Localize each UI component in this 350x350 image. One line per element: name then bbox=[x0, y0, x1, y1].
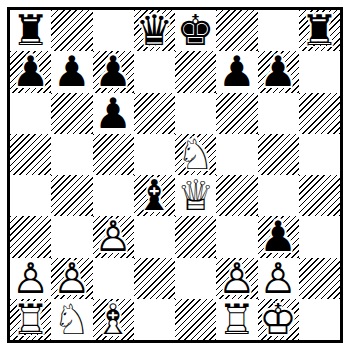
square-e4[interactable]: ♛♕ bbox=[175, 175, 216, 216]
square-d1[interactable] bbox=[134, 299, 175, 340]
square-g1[interactable]: ♚♔ bbox=[258, 299, 299, 340]
black-pawn: ♟ bbox=[216, 51, 257, 92]
square-a8[interactable]: ♜ bbox=[10, 10, 51, 51]
square-c6[interactable]: ♟ bbox=[93, 93, 134, 134]
square-h3[interactable] bbox=[299, 216, 340, 257]
white-pawn: ♟♙ bbox=[51, 258, 92, 299]
black-pawn: ♟ bbox=[51, 51, 92, 92]
square-d2[interactable] bbox=[134, 258, 175, 299]
square-b2[interactable]: ♟♙ bbox=[51, 258, 92, 299]
black-pawn: ♟ bbox=[93, 51, 134, 92]
black-queen: ♛ bbox=[134, 10, 175, 51]
square-g6[interactable] bbox=[258, 93, 299, 134]
square-f4[interactable] bbox=[216, 175, 257, 216]
square-e8[interactable]: ♚ bbox=[175, 10, 216, 51]
black-pawn: ♟ bbox=[10, 51, 51, 92]
square-d4[interactable]: ♝ bbox=[134, 175, 175, 216]
square-d5[interactable] bbox=[134, 134, 175, 175]
white-rook: ♜♖ bbox=[216, 299, 257, 340]
square-e6[interactable] bbox=[175, 93, 216, 134]
square-b6[interactable] bbox=[51, 93, 92, 134]
square-g4[interactable] bbox=[258, 175, 299, 216]
square-d3[interactable] bbox=[134, 216, 175, 257]
square-f1[interactable]: ♜♖ bbox=[216, 299, 257, 340]
square-g8[interactable] bbox=[258, 10, 299, 51]
white-knight: ♞♘ bbox=[175, 134, 216, 175]
square-a6[interactable] bbox=[10, 93, 51, 134]
square-a5[interactable] bbox=[10, 134, 51, 175]
black-rook: ♜ bbox=[10, 10, 51, 51]
square-a3[interactable] bbox=[10, 216, 51, 257]
square-g5[interactable] bbox=[258, 134, 299, 175]
square-g3[interactable]: ♟ bbox=[258, 216, 299, 257]
square-h7[interactable] bbox=[299, 51, 340, 92]
board-frame: ♜♛♚♜♟♟♟♟♟♟♞♘♝♛♕♟♙♟♟♙♟♙♟♙♟♙♜♖♞♘♝♗♜♖♚♔ bbox=[7, 7, 343, 343]
black-pawn: ♟ bbox=[93, 93, 134, 134]
square-b7[interactable]: ♟ bbox=[51, 51, 92, 92]
white-rook: ♜♖ bbox=[10, 299, 51, 340]
white-bishop: ♝♗ bbox=[93, 299, 134, 340]
white-pawn: ♟♙ bbox=[10, 258, 51, 299]
square-b5[interactable] bbox=[51, 134, 92, 175]
white-pawn: ♟♙ bbox=[258, 258, 299, 299]
square-h4[interactable] bbox=[299, 175, 340, 216]
black-king: ♚ bbox=[175, 10, 216, 51]
square-c4[interactable] bbox=[93, 175, 134, 216]
chess-board: ♜♛♚♜♟♟♟♟♟♟♞♘♝♛♕♟♙♟♟♙♟♙♟♙♟♙♜♖♞♘♝♗♜♖♚♔ bbox=[10, 10, 340, 340]
white-knight: ♞♘ bbox=[51, 299, 92, 340]
square-d6[interactable] bbox=[134, 93, 175, 134]
square-c7[interactable]: ♟ bbox=[93, 51, 134, 92]
black-rook: ♜ bbox=[299, 10, 340, 51]
square-f5[interactable] bbox=[216, 134, 257, 175]
white-queen: ♛♕ bbox=[175, 175, 216, 216]
square-g7[interactable]: ♟ bbox=[258, 51, 299, 92]
square-e2[interactable] bbox=[175, 258, 216, 299]
square-f8[interactable] bbox=[216, 10, 257, 51]
black-pawn: ♟ bbox=[258, 216, 299, 257]
square-f7[interactable]: ♟ bbox=[216, 51, 257, 92]
square-b1[interactable]: ♞♘ bbox=[51, 299, 92, 340]
square-h1[interactable] bbox=[299, 299, 340, 340]
square-e1[interactable] bbox=[175, 299, 216, 340]
square-h2[interactable] bbox=[299, 258, 340, 299]
square-c8[interactable] bbox=[93, 10, 134, 51]
square-h6[interactable] bbox=[299, 93, 340, 134]
square-a7[interactable]: ♟ bbox=[10, 51, 51, 92]
black-bishop: ♝ bbox=[134, 175, 175, 216]
square-h8[interactable]: ♜ bbox=[299, 10, 340, 51]
white-king: ♚♔ bbox=[258, 299, 299, 340]
square-b4[interactable] bbox=[51, 175, 92, 216]
square-e5[interactable]: ♞♘ bbox=[175, 134, 216, 175]
square-f2[interactable]: ♟♙ bbox=[216, 258, 257, 299]
square-g2[interactable]: ♟♙ bbox=[258, 258, 299, 299]
square-a1[interactable]: ♜♖ bbox=[10, 299, 51, 340]
square-f6[interactable] bbox=[216, 93, 257, 134]
white-pawn: ♟♙ bbox=[93, 216, 134, 257]
square-a2[interactable]: ♟♙ bbox=[10, 258, 51, 299]
square-e3[interactable] bbox=[175, 216, 216, 257]
black-pawn: ♟ bbox=[258, 51, 299, 92]
square-f3[interactable] bbox=[216, 216, 257, 257]
square-b8[interactable] bbox=[51, 10, 92, 51]
square-b3[interactable] bbox=[51, 216, 92, 257]
square-h5[interactable] bbox=[299, 134, 340, 175]
square-a4[interactable] bbox=[10, 175, 51, 216]
square-e7[interactable] bbox=[175, 51, 216, 92]
square-c1[interactable]: ♝♗ bbox=[93, 299, 134, 340]
square-d7[interactable] bbox=[134, 51, 175, 92]
square-c5[interactable] bbox=[93, 134, 134, 175]
square-d8[interactable]: ♛ bbox=[134, 10, 175, 51]
square-c2[interactable] bbox=[93, 258, 134, 299]
white-pawn: ♟♙ bbox=[216, 258, 257, 299]
square-c3[interactable]: ♟♙ bbox=[93, 216, 134, 257]
